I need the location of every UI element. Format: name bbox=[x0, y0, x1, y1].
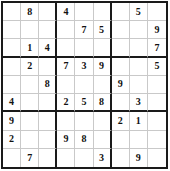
cell-r5c1[interactable] bbox=[3, 76, 21, 94]
given-digit: 5 bbox=[154, 61, 159, 71]
given-digit: 7 bbox=[63, 61, 68, 71]
cell-r4c8[interactable] bbox=[130, 58, 148, 76]
cell-r4c2[interactable]: 2 bbox=[21, 58, 39, 76]
cell-r2c3[interactable] bbox=[39, 21, 57, 39]
cell-r8c8[interactable] bbox=[130, 131, 148, 149]
given-digit: 7 bbox=[81, 25, 86, 35]
cell-r2c1[interactable] bbox=[3, 21, 21, 39]
cell-r7c2[interactable] bbox=[21, 112, 39, 130]
given-digit: 2 bbox=[9, 134, 14, 144]
cell-r5c7[interactable]: 9 bbox=[112, 76, 130, 94]
cell-r2c8[interactable] bbox=[130, 21, 148, 39]
given-digit: 8 bbox=[45, 79, 50, 89]
cell-r6c2[interactable] bbox=[21, 94, 39, 112]
cell-r4c3[interactable] bbox=[39, 58, 57, 76]
cell-r4c7[interactable] bbox=[112, 58, 130, 76]
cell-r6c3[interactable] bbox=[39, 94, 57, 112]
sudoku-board: 845759147273958942583921298739 bbox=[1, 1, 168, 169]
cell-r3c8[interactable] bbox=[130, 39, 148, 57]
cell-r6c1[interactable]: 4 bbox=[3, 94, 21, 112]
given-digit: 3 bbox=[136, 97, 141, 107]
cell-r7c9[interactable] bbox=[148, 112, 166, 130]
given-digit: 2 bbox=[118, 116, 123, 126]
cell-r4c4[interactable]: 7 bbox=[57, 58, 75, 76]
given-digit: 2 bbox=[63, 97, 68, 107]
cell-r7c1[interactable]: 9 bbox=[3, 112, 21, 130]
cell-r3c7[interactable] bbox=[112, 39, 130, 57]
given-digit: 9 bbox=[118, 79, 123, 89]
given-digit: 7 bbox=[27, 153, 32, 163]
cell-r6c7[interactable] bbox=[112, 94, 130, 112]
cell-r7c6[interactable] bbox=[94, 112, 112, 130]
cell-r4c5[interactable]: 3 bbox=[75, 58, 93, 76]
cell-r8c9[interactable] bbox=[148, 131, 166, 149]
cell-r7c3[interactable] bbox=[39, 112, 57, 130]
cell-r2c9[interactable]: 9 bbox=[148, 21, 166, 39]
given-digit: 3 bbox=[81, 61, 86, 71]
cell-r3c4[interactable] bbox=[57, 39, 75, 57]
cell-r8c4[interactable]: 9 bbox=[57, 131, 75, 149]
given-digit: 8 bbox=[27, 7, 32, 17]
given-digit: 8 bbox=[81, 134, 86, 144]
cell-r1c7[interactable] bbox=[112, 3, 130, 21]
cell-r8c1[interactable]: 2 bbox=[3, 131, 21, 149]
cell-r3c5[interactable] bbox=[75, 39, 93, 57]
cell-r5c2[interactable] bbox=[21, 76, 39, 94]
cell-r9c3[interactable] bbox=[39, 149, 57, 167]
given-digit: 4 bbox=[63, 7, 68, 17]
cell-r5c3[interactable]: 8 bbox=[39, 76, 57, 94]
cell-r9c5[interactable] bbox=[75, 149, 93, 167]
cell-r3c1[interactable] bbox=[3, 39, 21, 57]
cell-r8c6[interactable] bbox=[94, 131, 112, 149]
cell-r1c4[interactable]: 4 bbox=[57, 3, 75, 21]
cell-r5c6[interactable] bbox=[94, 76, 112, 94]
cell-r6c5[interactable]: 5 bbox=[75, 94, 93, 112]
cell-r5c9[interactable] bbox=[148, 76, 166, 94]
cell-r9c1[interactable] bbox=[3, 149, 21, 167]
cell-r1c3[interactable] bbox=[39, 3, 57, 21]
cell-r3c6[interactable] bbox=[94, 39, 112, 57]
given-digit: 9 bbox=[63, 134, 68, 144]
cell-r3c2[interactable]: 1 bbox=[21, 39, 39, 57]
cell-r6c6[interactable]: 8 bbox=[94, 94, 112, 112]
cell-r7c7[interactable]: 2 bbox=[112, 112, 130, 130]
cell-r6c8[interactable]: 3 bbox=[130, 94, 148, 112]
given-digit: 5 bbox=[136, 7, 141, 17]
cell-r2c7[interactable] bbox=[112, 21, 130, 39]
cell-r8c2[interactable] bbox=[21, 131, 39, 149]
cell-r6c4[interactable]: 2 bbox=[57, 94, 75, 112]
cell-r1c6[interactable] bbox=[94, 3, 112, 21]
cell-r7c8[interactable]: 1 bbox=[130, 112, 148, 130]
cell-r2c4[interactable] bbox=[57, 21, 75, 39]
cell-r5c8[interactable] bbox=[130, 76, 148, 94]
given-digit: 8 bbox=[99, 97, 104, 107]
cell-r8c7[interactable] bbox=[112, 131, 130, 149]
cell-r4c9[interactable]: 5 bbox=[148, 58, 166, 76]
cell-r4c1[interactable] bbox=[3, 58, 21, 76]
cell-r1c5[interactable] bbox=[75, 3, 93, 21]
cell-r1c2[interactable]: 8 bbox=[21, 3, 39, 21]
given-digit: 4 bbox=[45, 43, 50, 53]
cell-r7c5[interactable] bbox=[75, 112, 93, 130]
given-digit: 5 bbox=[81, 97, 86, 107]
cell-r8c5[interactable]: 8 bbox=[75, 131, 93, 149]
cell-r4c6[interactable]: 9 bbox=[94, 58, 112, 76]
given-digit: 9 bbox=[9, 116, 14, 126]
given-digit: 1 bbox=[27, 43, 32, 53]
cell-r3c9[interactable]: 7 bbox=[148, 39, 166, 57]
cell-r5c5[interactable] bbox=[75, 76, 93, 94]
cell-r8c3[interactable] bbox=[39, 131, 57, 149]
cell-r9c9[interactable] bbox=[148, 149, 166, 167]
given-digit: 3 bbox=[99, 153, 104, 163]
cell-r5c4[interactable] bbox=[57, 76, 75, 94]
given-digit: 7 bbox=[154, 43, 159, 53]
given-digit: 4 bbox=[9, 97, 14, 107]
cell-r1c9[interactable] bbox=[148, 3, 166, 21]
cell-r2c2[interactable] bbox=[21, 21, 39, 39]
given-digit: 2 bbox=[27, 61, 32, 71]
cell-r9c8[interactable]: 9 bbox=[130, 149, 148, 167]
cell-r3c3[interactable]: 4 bbox=[39, 39, 57, 57]
cell-r6c9[interactable] bbox=[148, 94, 166, 112]
cell-r9c6[interactable]: 3 bbox=[94, 149, 112, 167]
given-digit: 9 bbox=[154, 25, 159, 35]
given-digit: 9 bbox=[99, 61, 104, 71]
given-digit: 1 bbox=[136, 116, 141, 126]
cell-r1c1[interactable] bbox=[3, 3, 21, 21]
cell-r9c2[interactable]: 7 bbox=[21, 149, 39, 167]
cell-r9c7[interactable] bbox=[112, 149, 130, 167]
given-digit: 5 bbox=[99, 25, 104, 35]
cell-r7c4[interactable] bbox=[57, 112, 75, 130]
cell-r9c4[interactable] bbox=[57, 149, 75, 167]
cell-r2c6[interactable]: 5 bbox=[94, 21, 112, 39]
given-digit: 9 bbox=[136, 153, 141, 163]
cell-r1c8[interactable]: 5 bbox=[130, 3, 148, 21]
cell-r2c5[interactable]: 7 bbox=[75, 21, 93, 39]
